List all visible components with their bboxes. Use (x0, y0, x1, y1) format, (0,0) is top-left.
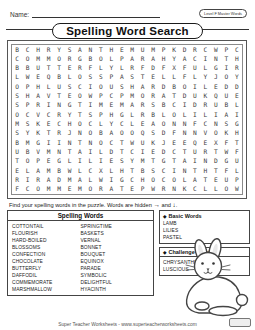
grid-cell: H (137, 175, 147, 184)
grid-cell: F (221, 138, 231, 147)
grid-cell: O (211, 129, 221, 138)
grid-cell: W (127, 138, 137, 147)
grid-cell: L (106, 54, 116, 63)
grid-cell: I (221, 64, 231, 73)
grid-cell: L (22, 166, 32, 175)
grid-cell: L (179, 110, 189, 119)
grid-cell: B (12, 138, 22, 147)
grid-cell: K (200, 92, 210, 101)
grid-cell: B (137, 166, 147, 175)
grid-cell: R (137, 101, 147, 110)
grid-cell: U (190, 92, 200, 101)
grid-cell: K (169, 45, 179, 54)
grid-cell: L (64, 73, 74, 82)
grid-cell: N (64, 138, 74, 147)
grid-cell: V (33, 110, 43, 119)
grid-cell: X (211, 138, 221, 147)
grid-cell: G (75, 54, 85, 63)
grid-cell: R (200, 101, 210, 110)
grid-cell: N (169, 120, 179, 129)
grid-cell: F (158, 64, 168, 73)
grid-cell: C (106, 138, 116, 147)
grid-cell: U (12, 147, 22, 156)
grid-cell: U (137, 138, 147, 147)
grid-cell: P (232, 175, 242, 184)
grid-cell: S (221, 120, 231, 129)
diamond-icon: ◆ (163, 250, 166, 255)
grid-cell: O (12, 110, 22, 119)
grid-cell: E (169, 138, 179, 147)
grid-cell: R (200, 147, 210, 156)
grid-cell: T (75, 110, 85, 119)
grid-cell: T (96, 45, 106, 54)
grid-cell: F (12, 185, 22, 194)
grid-cell: O (75, 73, 85, 82)
grid-cell: P (221, 45, 231, 54)
instruction-conjunction: and (161, 202, 171, 208)
grid-cell: T (148, 157, 158, 166)
grid-cell: H (232, 54, 242, 63)
grid-cell: C (200, 120, 210, 129)
grid-cell: R (75, 64, 85, 73)
grid-cell: I (190, 82, 200, 91)
word-list-item: HARD-BOILED (12, 237, 81, 244)
grid-cell: R (43, 45, 53, 54)
grid-cell: D (190, 101, 200, 110)
grid-cell: G (232, 120, 242, 129)
grid-cell: A (221, 110, 231, 119)
grid-cell: T (200, 175, 210, 184)
grid-cell: O (169, 110, 179, 119)
grid-cell: B (22, 64, 32, 73)
grid-cell: E (33, 73, 43, 82)
grid-cell: M (43, 54, 53, 63)
grid-cell: M (96, 101, 106, 110)
grid-cell: N (179, 129, 189, 138)
page-title: Spelling Word Search (52, 23, 203, 39)
title-row: Spelling Word Search (0, 21, 255, 38)
grid-cell: L (75, 166, 85, 175)
basic-words-header-label: Basic Words (168, 213, 201, 219)
grid-cell: R (137, 54, 147, 63)
grid-cell: O (96, 82, 106, 91)
diamond-icon: ◆ (163, 214, 166, 219)
grid-cell: M (137, 157, 147, 166)
grid-cell: P (33, 157, 43, 166)
grid-cell: R (190, 45, 200, 54)
grid-cell: P (158, 45, 168, 54)
grid-cell: C (85, 120, 95, 129)
grid-cell: C (190, 54, 200, 63)
grid-cell: L (200, 82, 210, 91)
grid-cell: S (127, 73, 137, 82)
grid-cell: C (200, 45, 210, 54)
word-search-board: BCHRYSANTHEMUMPKDRCWPCCOMMORGBOLPARAHYAC… (7, 40, 247, 199)
grid-cell: S (12, 92, 22, 101)
grid-cell: K (33, 129, 43, 138)
grid-cell: H (106, 110, 116, 119)
grid-cell: C (169, 101, 179, 110)
grid-cell: L (158, 73, 168, 82)
grid-cell: C (158, 175, 168, 184)
grid-cell: O (96, 138, 106, 147)
grid-cell: A (106, 185, 116, 194)
grid-cell: S (85, 73, 95, 82)
word-list-item: FLOURISH (12, 230, 81, 237)
grid-cell: L (232, 166, 242, 175)
grid-cell: A (43, 175, 53, 184)
grid-cell: B (96, 129, 106, 138)
grid-cell: L (106, 166, 116, 175)
word-list-item: MARSHMALLOW (12, 286, 81, 293)
grid-cell: E (211, 82, 221, 91)
grid-cell: M (43, 166, 53, 175)
grid-cell: N (85, 45, 95, 54)
spelling-words-header: Spelling Words (8, 211, 153, 221)
word-search-grid: BCHRYSANTHEMUMPKDRCWPCCOMMORGBOLPARAHYAC… (11, 44, 243, 195)
grid-cell: C (22, 45, 32, 54)
word-list-item: CHOCOLATE (12, 258, 81, 265)
word-list-item: SYMBOLIC (81, 272, 150, 279)
grid-cell: H (33, 82, 43, 91)
grid-cell: L (190, 73, 200, 82)
grid-cell: P (117, 54, 127, 63)
level-badge: Level F Master Words (199, 9, 247, 18)
grid-cell: W (22, 73, 32, 82)
grid-cell: C (12, 54, 22, 63)
grid-cell: A (148, 54, 158, 63)
grid-cell: F (169, 129, 179, 138)
grid-cell: U (33, 64, 43, 73)
grid-cell: G (64, 101, 74, 110)
grid-cell: S (148, 166, 158, 175)
grid-cell: S (117, 157, 127, 166)
grid-cell: C (54, 120, 64, 129)
grid-cell: M (117, 101, 127, 110)
grid-cell: T (211, 147, 221, 156)
grid-cell: E (43, 157, 53, 166)
grid-cell: U (190, 147, 200, 156)
grid-cell: T (43, 129, 53, 138)
grid-cell: S (12, 101, 22, 110)
grid-cell: A (33, 166, 43, 175)
grid-cell: F (232, 147, 242, 156)
grid-cell: O (221, 73, 231, 82)
grid-cell: C (22, 110, 32, 119)
grid-cell: H (200, 166, 210, 175)
grid-cell: T (137, 73, 147, 82)
grid-cell: E (64, 64, 74, 73)
grid-cell: N (85, 138, 95, 147)
grid-cell: A (75, 147, 85, 156)
word-list-item: DELIGHTFUL (81, 279, 150, 286)
grid-cell: B (54, 166, 64, 175)
grid-cell: R (148, 82, 158, 91)
grid-cell: A (137, 82, 147, 91)
grid-cell: X (169, 64, 179, 73)
grid-cell: M (43, 147, 53, 156)
right-arrow-icon: → (153, 201, 160, 208)
grid-cell: D (179, 45, 189, 54)
grid-cell: F (179, 73, 189, 82)
grid-cell: D (158, 147, 168, 156)
grid-cell: E (148, 73, 158, 82)
grid-cell: V (200, 129, 210, 138)
grid-cell: M (127, 45, 137, 54)
grid-cell: A (190, 175, 200, 184)
grid-cell: H (22, 92, 32, 101)
grid-cell: W (232, 185, 242, 194)
grid-cell: N (200, 157, 210, 166)
grid-cell: W (148, 185, 158, 194)
grid-cell: U (190, 64, 200, 73)
grid-cell: L (43, 82, 53, 91)
grid-cell: O (12, 82, 22, 91)
spelling-words-box: Spelling Words COTTONTAILFLOURISHHARD-BO… (7, 210, 154, 296)
grid-cell: D (158, 82, 168, 91)
grid-cell: N (169, 185, 179, 194)
grid-cell: B (221, 101, 231, 110)
grid-cell: H (232, 129, 242, 138)
grid-cell: O (54, 54, 64, 63)
grid-cell: H (64, 120, 74, 129)
word-list-item: BOUQUET (81, 251, 150, 258)
grid-cell: R (33, 101, 43, 110)
grid-cell: D (54, 175, 64, 184)
grid-cell: Y (200, 73, 210, 82)
grid-cell: Q (43, 73, 53, 82)
grid-cell: Y (127, 157, 137, 166)
grid-cell: N (179, 166, 189, 175)
word-list-item: COMMEMORATE (12, 279, 81, 286)
grid-cell: E (106, 157, 116, 166)
grid-cell: B (158, 101, 168, 110)
grid-cell: E (148, 147, 158, 156)
grid-cell: F (85, 64, 95, 73)
grid-cell: U (106, 82, 116, 91)
word-list-item: LAMB (163, 220, 246, 227)
grid-cell: L (232, 101, 242, 110)
grid-cell: G (221, 157, 231, 166)
grid-cell: C (158, 166, 168, 175)
grid-cell: A (179, 157, 189, 166)
grid-cell: N (190, 129, 200, 138)
grid-cell: S (12, 129, 22, 138)
grid-cell: Q (190, 138, 200, 147)
grid-cell: I (85, 147, 95, 156)
grid-cell: I (85, 101, 95, 110)
grid-cell: O (85, 185, 95, 194)
grid-cell: U (232, 157, 242, 166)
grid-cell: A (179, 54, 189, 63)
grid-cell: A (148, 120, 158, 129)
grid-cell: S (22, 120, 32, 129)
grid-cell: J (158, 138, 168, 147)
grid-cell: I (190, 110, 200, 119)
page-code-box (229, 318, 251, 327)
grid-cell: R (158, 185, 168, 194)
instruction-text: Find your spelling words in the puzzle. … (9, 201, 249, 208)
instruction-period: . (176, 202, 178, 208)
grid-cell: E (117, 45, 127, 54)
grid-cell: K (33, 120, 43, 129)
grid-cell: I (169, 166, 179, 175)
grid-cell: Y (232, 73, 242, 82)
grid-cell: T (190, 166, 200, 175)
grid-cell: I (179, 101, 189, 110)
grid-cell: F (221, 166, 231, 175)
grid-cell: I (43, 138, 53, 147)
grid-cell: K (148, 138, 158, 147)
grid-cell: B (169, 82, 179, 91)
grid-cell: Y (64, 110, 74, 119)
grid-cell: I (85, 82, 95, 91)
grid-cell: C (43, 110, 53, 119)
grid-cell: E (64, 185, 74, 194)
grid-cell: C (127, 147, 137, 156)
grid-cell: L (96, 147, 106, 156)
grid-cell: S (148, 101, 158, 110)
grid-cell: E (106, 101, 116, 110)
grid-cell: T (179, 147, 189, 156)
grid-cell: R (148, 92, 158, 101)
grid-cell: H (106, 45, 116, 54)
grid-cell: J (64, 129, 74, 138)
grid-cell: I (43, 101, 53, 110)
grid-cell: F (137, 64, 147, 73)
grid-cell: R (96, 185, 106, 194)
grid-cell: H (158, 54, 168, 63)
grid-cell: D (179, 92, 189, 101)
grid-cell: Y (22, 129, 32, 138)
grid-cell: O (75, 120, 85, 129)
word-list-item: SPRINGTIME (81, 223, 150, 230)
grid-cell: O (117, 129, 127, 138)
grid-cell: P (106, 73, 116, 82)
grid-cell: T (12, 157, 22, 166)
grid-cell: L (127, 110, 137, 119)
grid-cell: E (12, 166, 22, 175)
grid-cell: R (54, 129, 64, 138)
grid-cell: P (22, 101, 32, 110)
spelling-words-column-1: COTTONTAILFLOURISHHARD-BOILEDBLOSSOMSCON… (12, 223, 81, 293)
grid-cell: L (179, 175, 189, 184)
grid-cell: N (179, 120, 189, 129)
grid-cell: P (117, 92, 127, 101)
instruction-prefix: Find your spelling words in the puzzle. … (9, 202, 152, 208)
grid-cell: C (22, 185, 32, 194)
grid-cell: D (221, 82, 231, 91)
grid-cell: O (148, 175, 158, 184)
grid-cell: L (85, 157, 95, 166)
grid-cell: C (75, 82, 85, 91)
grid-cell: M (12, 120, 22, 129)
grid-cell: O (96, 54, 106, 63)
word-list-item: COTTONTAIL (12, 223, 81, 230)
grid-cell: L (169, 73, 179, 82)
word-list-item: PARADE (81, 265, 150, 272)
grid-cell: N (211, 54, 221, 63)
grid-cell: D (158, 129, 168, 138)
grid-cell: E (200, 138, 210, 147)
grid-cell: I (75, 157, 85, 166)
grid-cell: R (12, 175, 22, 184)
basic-words-header: ◆Basic Words (163, 212, 246, 220)
grid-cell: S (96, 73, 106, 82)
grid-cell: E (211, 175, 221, 184)
grid-cell: L (117, 64, 127, 73)
word-list-item: VERNAL (81, 237, 150, 244)
grid-cell: P (96, 110, 106, 119)
grid-cell: C (127, 175, 137, 184)
grid-cell: T (64, 147, 74, 156)
grid-cell: C (106, 92, 116, 101)
grid-cell: A (75, 45, 85, 54)
grid-cell: N (211, 120, 221, 129)
grid-cell: Y (106, 120, 116, 129)
grid-cell: M (148, 45, 158, 54)
word-list-item: BONNET (81, 244, 150, 251)
grid-cell: R (33, 175, 43, 184)
grid-cell: K (221, 129, 231, 138)
grid-cell: F (179, 64, 189, 73)
grid-cell: O (22, 157, 32, 166)
grid-cell: I (190, 157, 200, 166)
grid-cell: I (96, 157, 106, 166)
grid-cell: T (169, 157, 179, 166)
grid-cell: T (54, 92, 64, 101)
grid-cell: E (127, 185, 137, 194)
grid-cell: I (54, 138, 64, 147)
grid-cell: W (85, 92, 95, 101)
grid-cell: H (127, 82, 137, 91)
grid-cell: A (106, 129, 116, 138)
word-list-item: DAFFODIL (12, 272, 81, 279)
grid-cell: T (117, 147, 127, 156)
grid-cell: O (85, 129, 95, 138)
grid-cell: E (137, 120, 147, 129)
grid-cell: O (137, 92, 147, 101)
grid-cell: T (54, 64, 64, 73)
grid-cell: L (211, 185, 221, 194)
word-list-item: BUTTERFLY (12, 265, 81, 272)
grid-cell: N (75, 129, 85, 138)
grid-cell: L (96, 120, 106, 129)
grid-cell: E (43, 120, 53, 129)
grid-cell: A (127, 101, 137, 110)
grid-cell: Q (137, 129, 147, 138)
grid-cell: L (158, 110, 168, 119)
grid-cell: C (232, 45, 242, 54)
grid-cell: D (232, 82, 242, 91)
grid-cell: R (232, 64, 242, 73)
grid-cell: I (22, 175, 32, 184)
grid-cell: P (22, 82, 32, 91)
grid-cell: T (127, 166, 137, 175)
grid-cell: R (54, 110, 64, 119)
grid-cell: U (211, 101, 221, 110)
grid-cell: H (117, 166, 127, 175)
grid-cell: G (54, 157, 64, 166)
grid-cell: P (96, 92, 106, 101)
grid-cell: C (85, 166, 95, 175)
grid-cell: M (64, 175, 74, 184)
grid-cell: D (148, 64, 158, 73)
word-list-item: BASKETS (81, 230, 150, 237)
grid-cell: B (148, 110, 158, 119)
grid-cell: E (64, 92, 74, 101)
grid-cell: C (117, 120, 127, 129)
